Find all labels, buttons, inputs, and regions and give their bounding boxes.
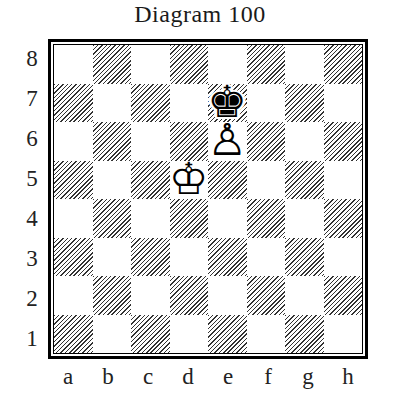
square-h3 [324,238,363,277]
file-label-e: e [208,362,248,392]
square-g3 [285,238,324,277]
chess-board: ♚♙♔ [48,39,368,359]
file-labels: abcdefgh [48,362,368,392]
black-king: ♚ [208,84,247,123]
square-a1 [54,315,93,354]
square-e4 [208,199,247,238]
square-f4 [247,199,286,238]
square-g4 [285,199,324,238]
square-d2 [170,276,209,315]
rank-label-8: 8 [18,39,46,79]
square-e8 [208,45,247,84]
white-pawn: ♙ [208,122,247,161]
square-c1 [131,315,170,354]
rank-label-5: 5 [18,159,46,199]
square-f8 [247,45,286,84]
square-b2 [93,276,132,315]
square-b3 [93,238,132,277]
board-inner-frame: ♚♙♔ [53,44,363,354]
square-a4 [54,199,93,238]
file-label-f: f [248,362,288,392]
square-g5 [285,161,324,200]
square-g7 [285,84,324,123]
square-c3 [131,238,170,277]
square-c6 [131,122,170,161]
square-d5: ♔ [170,161,209,200]
square-f5 [247,161,286,200]
square-e2 [208,276,247,315]
rank-labels: 87654321 [18,39,46,359]
square-g6 [285,122,324,161]
rank-label-1: 1 [18,319,46,359]
rank-label-2: 2 [18,279,46,319]
square-e5 [208,161,247,200]
square-d1 [170,315,209,354]
square-b6 [93,122,132,161]
square-a5 [54,161,93,200]
rank-label-6: 6 [18,119,46,159]
square-d4 [170,199,209,238]
square-f2 [247,276,286,315]
square-h4 [324,199,363,238]
square-c5 [131,161,170,200]
rank-label-3: 3 [18,239,46,279]
square-c4 [131,199,170,238]
square-b8 [93,45,132,84]
square-g1 [285,315,324,354]
square-d8 [170,45,209,84]
square-a8 [54,45,93,84]
rank-label-7: 7 [18,79,46,119]
square-a6 [54,122,93,161]
square-b5 [93,161,132,200]
square-b7 [93,84,132,123]
square-h8 [324,45,363,84]
square-d6 [170,122,209,161]
square-a7 [54,84,93,123]
file-label-h: h [328,362,368,392]
square-e3 [208,238,247,277]
square-h2 [324,276,363,315]
square-d7 [170,84,209,123]
diagram-title: Diagram 100 [0,1,400,28]
square-f6 [247,122,286,161]
square-b1 [93,315,132,354]
file-label-c: c [128,362,168,392]
file-label-d: d [168,362,208,392]
square-h1 [324,315,363,354]
square-d3 [170,238,209,277]
square-a3 [54,238,93,277]
square-c2 [131,276,170,315]
white-king: ♔ [170,161,209,200]
square-e7: ♚ [208,84,247,123]
square-f3 [247,238,286,277]
square-f7 [247,84,286,123]
square-e6: ♙ [208,122,247,161]
square-g8 [285,45,324,84]
rank-label-4: 4 [18,199,46,239]
board-grid: ♚♙♔ [54,45,362,353]
square-c8 [131,45,170,84]
square-c7 [131,84,170,123]
square-h5 [324,161,363,200]
square-h7 [324,84,363,123]
square-f1 [247,315,286,354]
file-label-a: a [48,362,88,392]
square-a2 [54,276,93,315]
file-label-g: g [288,362,328,392]
square-e1 [208,315,247,354]
square-h6 [324,122,363,161]
square-g2 [285,276,324,315]
square-b4 [93,199,132,238]
file-label-b: b [88,362,128,392]
